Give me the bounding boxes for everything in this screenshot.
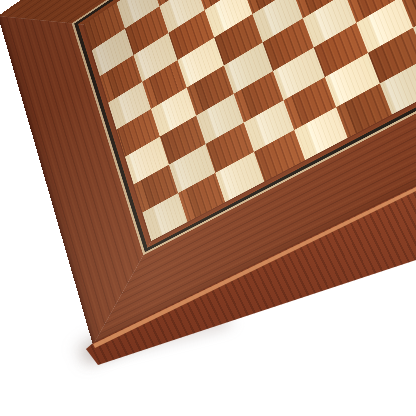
product-photo-stage — [0, 0, 416, 416]
